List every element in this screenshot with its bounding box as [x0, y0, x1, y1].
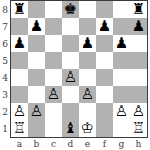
square-g2[interactable]: ♙ [113, 103, 130, 120]
white-pawn[interactable]: ♙ [13, 103, 26, 120]
square-c5[interactable] [45, 52, 62, 69]
black-pawn[interactable]: ♟ [98, 18, 111, 35]
square-d8[interactable]: ♚ [62, 1, 79, 18]
rank-label-5: 5 [0, 52, 10, 69]
file-label-f: f [96, 137, 113, 150]
square-c3[interactable]: ♙ [45, 86, 62, 103]
square-g7[interactable] [113, 18, 130, 35]
square-e1[interactable]: ♔ [79, 120, 96, 137]
file-label-g: g [113, 137, 130, 150]
square-h5[interactable] [130, 52, 147, 69]
rank-label-6: 6 [0, 35, 10, 52]
square-a3[interactable] [11, 86, 28, 103]
square-a7[interactable] [11, 18, 28, 35]
black-bishop[interactable]: ♝ [64, 120, 77, 137]
file-label-c: c [45, 137, 62, 150]
rank-label-2: 2 [0, 103, 10, 120]
square-b2[interactable]: ♙ [28, 103, 45, 120]
square-f4[interactable] [96, 69, 113, 86]
square-e4[interactable] [79, 69, 96, 86]
rank-label-3: 3 [0, 86, 10, 103]
file-label-d: d [62, 137, 79, 150]
square-d3[interactable] [62, 86, 79, 103]
square-d1[interactable]: ♝ [62, 120, 79, 137]
white-pawn[interactable]: ♙ [47, 86, 60, 103]
square-a2[interactable]: ♙ [11, 103, 28, 120]
square-b3[interactable] [28, 86, 45, 103]
square-a8[interactable]: ♜ [11, 1, 28, 18]
square-h3[interactable] [130, 86, 147, 103]
black-pawn[interactable]: ♟ [115, 35, 128, 52]
square-c4[interactable] [45, 69, 62, 86]
square-c1[interactable] [45, 120, 62, 137]
white-king[interactable]: ♔ [81, 120, 94, 137]
chess-board: ♜♚♜♟♟♟♟♟♟♙♙♙♙♙♙♙♖♝♔♖ [10, 0, 148, 138]
square-c6[interactable] [45, 35, 62, 52]
square-g4[interactable] [113, 69, 130, 86]
square-e3[interactable]: ♙ [79, 86, 96, 103]
square-b4[interactable] [28, 69, 45, 86]
square-c7[interactable] [45, 18, 62, 35]
square-c8[interactable] [45, 1, 62, 18]
square-e2[interactable] [79, 103, 96, 120]
square-e8[interactable] [79, 1, 96, 18]
square-d7[interactable] [62, 18, 79, 35]
file-label-e: e [79, 137, 96, 150]
square-h1[interactable]: ♖ [130, 120, 147, 137]
square-f3[interactable] [96, 86, 113, 103]
chess-diagram: 87654321 ♜♚♜♟♟♟♟♟♟♙♙♙♙♙♙♙♖♝♔♖ abcdefgh [0, 0, 150, 150]
rank-label-7: 7 [0, 18, 10, 35]
white-pawn[interactable]: ♙ [132, 103, 145, 120]
white-pawn[interactable]: ♙ [64, 69, 77, 86]
square-g3[interactable] [113, 86, 130, 103]
rank-label-8: 8 [0, 1, 10, 18]
white-pawn[interactable]: ♙ [81, 86, 94, 103]
black-pawn[interactable]: ♟ [81, 35, 94, 52]
square-e7[interactable] [79, 18, 96, 35]
white-pawn[interactable]: ♙ [30, 103, 43, 120]
square-d6[interactable] [62, 35, 79, 52]
square-f1[interactable] [96, 120, 113, 137]
square-h7[interactable]: ♟ [130, 18, 147, 35]
square-b5[interactable] [28, 52, 45, 69]
square-a6[interactable]: ♟ [11, 35, 28, 52]
square-b8[interactable] [28, 1, 45, 18]
black-rook[interactable]: ♜ [13, 1, 26, 18]
rank-label-1: 1 [0, 120, 10, 137]
black-pawn[interactable]: ♟ [132, 18, 145, 35]
square-g1[interactable] [113, 120, 130, 137]
black-pawn[interactable]: ♟ [13, 35, 26, 52]
white-pawn[interactable]: ♙ [115, 103, 128, 120]
square-a5[interactable] [11, 52, 28, 69]
square-b1[interactable] [28, 120, 45, 137]
square-g5[interactable] [113, 52, 130, 69]
square-a1[interactable]: ♖ [11, 120, 28, 137]
black-rook[interactable]: ♜ [132, 1, 145, 18]
rank-labels: 87654321 [0, 1, 10, 137]
square-b6[interactable] [28, 35, 45, 52]
black-pawn[interactable]: ♟ [30, 18, 43, 35]
rank-label-4: 4 [0, 69, 10, 86]
square-f5[interactable] [96, 52, 113, 69]
square-f7[interactable]: ♟ [96, 18, 113, 35]
square-f6[interactable] [96, 35, 113, 52]
square-e5[interactable] [79, 52, 96, 69]
white-rook[interactable]: ♖ [132, 120, 145, 137]
file-label-b: b [28, 137, 45, 150]
black-king[interactable]: ♚ [64, 1, 77, 18]
square-a4[interactable] [11, 69, 28, 86]
square-f8[interactable] [96, 1, 113, 18]
file-labels: abcdefgh [11, 137, 147, 150]
square-b7[interactable]: ♟ [28, 18, 45, 35]
square-h4[interactable] [130, 69, 147, 86]
square-e6[interactable]: ♟ [79, 35, 96, 52]
square-f2[interactable] [96, 103, 113, 120]
square-c2[interactable] [45, 103, 62, 120]
square-g8[interactable] [113, 1, 130, 18]
file-label-h: h [130, 137, 147, 150]
square-d4[interactable]: ♙ [62, 69, 79, 86]
square-h8[interactable]: ♜ [130, 1, 147, 18]
square-d5[interactable] [62, 52, 79, 69]
square-h2[interactable]: ♙ [130, 103, 147, 120]
square-h6[interactable] [130, 35, 147, 52]
square-d2[interactable] [62, 103, 79, 120]
white-rook[interactable]: ♖ [13, 120, 26, 137]
square-g6[interactable]: ♟ [113, 35, 130, 52]
file-label-a: a [11, 137, 28, 150]
